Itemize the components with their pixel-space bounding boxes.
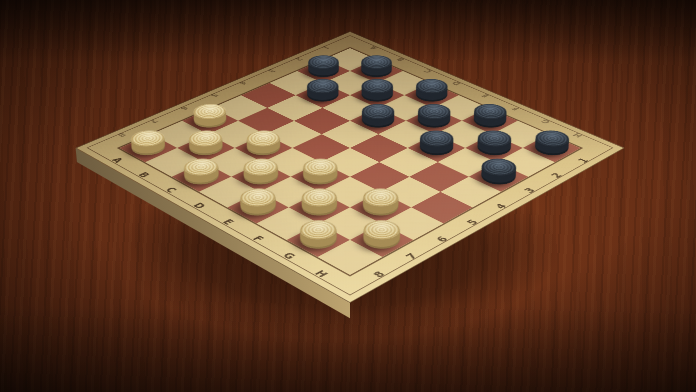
rank-label-3: 3: [253, 62, 290, 79]
light-man-g6[interactable]: [356, 195, 406, 221]
table-surface: ABCDEFGH 12345678 ABCDEFGH 12345678: [0, 0, 696, 392]
scene-3d: ABCDEFGH 12345678 ABCDEFGH 12345678: [0, 0, 696, 392]
light-man-f7[interactable]: [295, 195, 345, 221]
light-man-a8[interactable]: [125, 137, 172, 160]
board-grid: [117, 47, 583, 276]
dark-man-g2[interactable]: [471, 137, 518, 160]
board-top-face: ABCDEFGH 12345678 ABCDEFGH 12345678: [76, 31, 625, 302]
checkers-board: ABCDEFGH 12345678 ABCDEFGH 12345678: [76, 31, 625, 302]
light-man-d7[interactable]: [237, 165, 285, 189]
